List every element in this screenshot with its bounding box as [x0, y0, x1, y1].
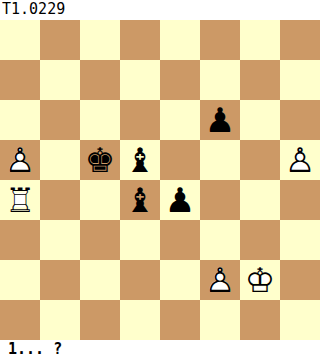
square-f4[interactable]: [200, 180, 240, 220]
square-d1[interactable]: [120, 300, 160, 340]
square-h7[interactable]: [280, 60, 320, 100]
square-c7[interactable]: [80, 60, 120, 100]
square-h2[interactable]: [280, 260, 320, 300]
square-d7[interactable]: [120, 60, 160, 100]
black-pawn: ♟: [160, 180, 200, 220]
square-b7[interactable]: [40, 60, 80, 100]
square-c4[interactable]: [80, 180, 120, 220]
square-b8[interactable]: [40, 20, 80, 60]
square-b2[interactable]: [40, 260, 80, 300]
puzzle-title: T1.0229: [0, 0, 320, 20]
square-d8[interactable]: [120, 20, 160, 60]
square-e3[interactable]: [160, 220, 200, 260]
square-a8[interactable]: [0, 20, 40, 60]
square-g7[interactable]: [240, 60, 280, 100]
square-c1[interactable]: [80, 300, 120, 340]
square-g1[interactable]: [240, 300, 280, 340]
square-b1[interactable]: [40, 300, 80, 340]
black-bishop: ♝: [120, 140, 160, 180]
square-a4[interactable]: ♜♖: [0, 180, 40, 220]
square-c2[interactable]: [80, 260, 120, 300]
square-b5[interactable]: [40, 140, 80, 180]
square-c6[interactable]: [80, 100, 120, 140]
square-h3[interactable]: [280, 220, 320, 260]
square-e5[interactable]: [160, 140, 200, 180]
white-pawn: ♙: [0, 140, 40, 180]
square-g3[interactable]: [240, 220, 280, 260]
black-bishop: ♝: [120, 180, 160, 220]
square-f3[interactable]: [200, 220, 240, 260]
square-e8[interactable]: [160, 20, 200, 60]
square-e7[interactable]: [160, 60, 200, 100]
square-a2[interactable]: [0, 260, 40, 300]
square-d2[interactable]: [120, 260, 160, 300]
square-d5[interactable]: ♝: [120, 140, 160, 180]
square-f1[interactable]: [200, 300, 240, 340]
square-h6[interactable]: [280, 100, 320, 140]
square-d3[interactable]: [120, 220, 160, 260]
square-d6[interactable]: [120, 100, 160, 140]
square-d4[interactable]: ♝: [120, 180, 160, 220]
black-king: ♚: [80, 140, 120, 180]
square-e4[interactable]: ♟: [160, 180, 200, 220]
white-king: ♔: [240, 260, 280, 300]
square-e1[interactable]: [160, 300, 200, 340]
square-b6[interactable]: [40, 100, 80, 140]
square-b4[interactable]: [40, 180, 80, 220]
square-g2[interactable]: ♚♔: [240, 260, 280, 300]
square-b3[interactable]: [40, 220, 80, 260]
move-prompt: 1... ?: [0, 340, 320, 360]
square-c8[interactable]: [80, 20, 120, 60]
square-a7[interactable]: [0, 60, 40, 100]
black-pawn: ♟: [200, 100, 240, 140]
square-a1[interactable]: [0, 300, 40, 340]
white-rook: ♖: [0, 180, 40, 220]
square-g5[interactable]: [240, 140, 280, 180]
square-f8[interactable]: [200, 20, 240, 60]
square-e2[interactable]: [160, 260, 200, 300]
square-f2[interactable]: ♟♙: [200, 260, 240, 300]
square-a6[interactable]: [0, 100, 40, 140]
square-h5[interactable]: ♟♙: [280, 140, 320, 180]
square-a3[interactable]: [0, 220, 40, 260]
white-pawn: ♙: [280, 140, 320, 180]
square-e6[interactable]: [160, 100, 200, 140]
square-g8[interactable]: [240, 20, 280, 60]
square-h4[interactable]: [280, 180, 320, 220]
square-f7[interactable]: [200, 60, 240, 100]
square-c3[interactable]: [80, 220, 120, 260]
square-c5[interactable]: ♚: [80, 140, 120, 180]
square-f6[interactable]: ♟: [200, 100, 240, 140]
square-a5[interactable]: ♟♙: [0, 140, 40, 180]
white-pawn: ♙: [200, 260, 240, 300]
square-h1[interactable]: [280, 300, 320, 340]
square-h8[interactable]: [280, 20, 320, 60]
square-g6[interactable]: [240, 100, 280, 140]
square-f5[interactable]: [200, 140, 240, 180]
chess-board: ♟♟♙♚♝♟♙♜♖♝♟♟♙♚♔: [0, 20, 320, 340]
square-g4[interactable]: [240, 180, 280, 220]
